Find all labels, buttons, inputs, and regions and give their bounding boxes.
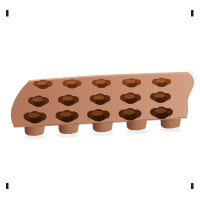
corner-mark-2 [6, 183, 9, 189]
mold-foot [59, 124, 80, 134]
corner-mark-0 [6, 10, 9, 17]
mold-foot [25, 126, 46, 136]
mold-foot [161, 118, 182, 128]
corner-mark-1 [191, 10, 194, 17]
corner-mark-3 [191, 183, 194, 189]
chocolate-mold-illustration [0, 0, 200, 200]
product-photo [0, 0, 200, 200]
